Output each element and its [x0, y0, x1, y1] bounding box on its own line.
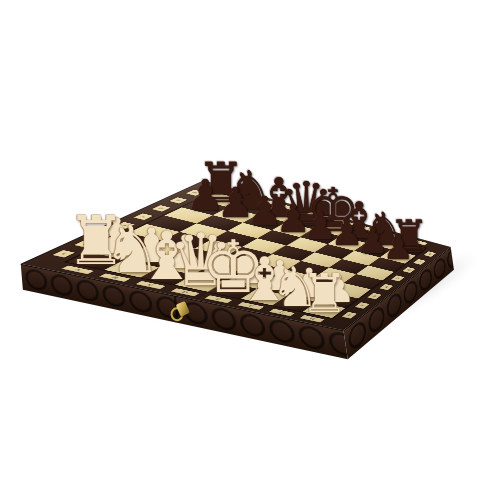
- piece-black-pawn-h7[interactable]: ♟: [383, 230, 414, 264]
- coord-plaque-3: 3: [367, 293, 381, 300]
- coord-plaque-2: 2: [355, 302, 370, 309]
- brass-latch-icon: [169, 301, 191, 321]
- coord-plaque-5: 5: [391, 275, 405, 281]
- product-photo-stage: AA11BB22CC33DD44EE55FF66GG77HH88 ♜♞♟♝♟♛♟…: [0, 0, 493, 500]
- coord-plaque-4: 4: [379, 284, 393, 290]
- piece-white-rook-h1[interactable]: ♜: [301, 268, 349, 321]
- coord-plaque-6: 6: [402, 267, 415, 273]
- coord-plaque-7: 7: [169, 197, 187, 203]
